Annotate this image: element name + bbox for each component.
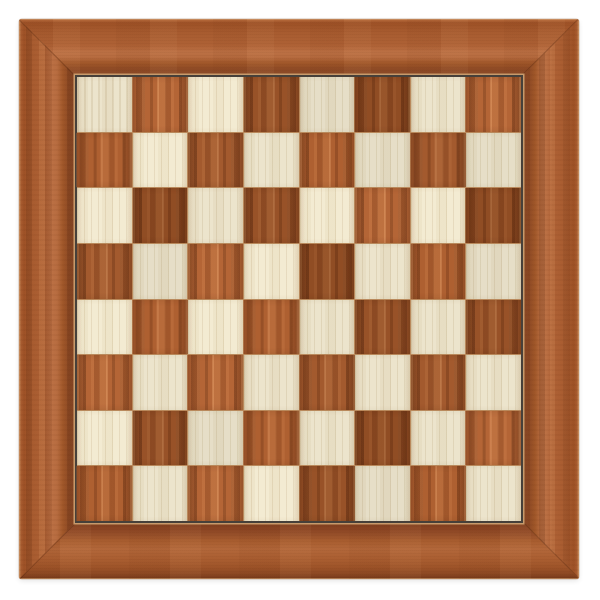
square-c6[interactable]: [188, 188, 243, 243]
square-b6[interactable]: [133, 188, 188, 243]
square-a3[interactable]: [77, 355, 132, 410]
square-h2[interactable]: [466, 411, 521, 466]
square-b1[interactable]: [133, 466, 188, 521]
square-e8[interactable]: [300, 77, 355, 132]
square-a2[interactable]: [77, 411, 132, 466]
playing-area: [75, 75, 523, 523]
square-g2[interactable]: [411, 411, 466, 466]
chess-board: [19, 19, 579, 579]
square-f5[interactable]: [355, 244, 410, 299]
square-g7[interactable]: [411, 133, 466, 188]
square-e7[interactable]: [300, 133, 355, 188]
square-f3[interactable]: [355, 355, 410, 410]
square-g1[interactable]: [411, 466, 466, 521]
square-g8[interactable]: [411, 77, 466, 132]
square-c7[interactable]: [188, 133, 243, 188]
square-b7[interactable]: [133, 133, 188, 188]
square-b2[interactable]: [133, 411, 188, 466]
square-d8[interactable]: [244, 77, 299, 132]
square-e5[interactable]: [300, 244, 355, 299]
square-a6[interactable]: [77, 188, 132, 243]
square-f6[interactable]: [355, 188, 410, 243]
square-b3[interactable]: [133, 355, 188, 410]
square-h8[interactable]: [466, 77, 521, 132]
square-e4[interactable]: [300, 300, 355, 355]
square-d4[interactable]: [244, 300, 299, 355]
square-e6[interactable]: [300, 188, 355, 243]
square-b5[interactable]: [133, 244, 188, 299]
square-f1[interactable]: [355, 466, 410, 521]
square-a7[interactable]: [77, 133, 132, 188]
squares-grid: [77, 77, 521, 521]
square-f4[interactable]: [355, 300, 410, 355]
square-d3[interactable]: [244, 355, 299, 410]
square-f8[interactable]: [355, 77, 410, 132]
square-d2[interactable]: [244, 411, 299, 466]
square-b8[interactable]: [133, 77, 188, 132]
square-c1[interactable]: [188, 466, 243, 521]
square-g5[interactable]: [411, 244, 466, 299]
square-d6[interactable]: [244, 188, 299, 243]
square-f2[interactable]: [355, 411, 410, 466]
square-d7[interactable]: [244, 133, 299, 188]
chessboard-photo: [0, 0, 600, 600]
square-d5[interactable]: [244, 244, 299, 299]
square-a8[interactable]: [77, 77, 132, 132]
square-c4[interactable]: [188, 300, 243, 355]
square-g3[interactable]: [411, 355, 466, 410]
square-h4[interactable]: [466, 300, 521, 355]
square-a4[interactable]: [77, 300, 132, 355]
square-h1[interactable]: [466, 466, 521, 521]
square-a5[interactable]: [77, 244, 132, 299]
square-e3[interactable]: [300, 355, 355, 410]
square-c8[interactable]: [188, 77, 243, 132]
square-h7[interactable]: [466, 133, 521, 188]
square-g6[interactable]: [411, 188, 466, 243]
square-b4[interactable]: [133, 300, 188, 355]
square-e1[interactable]: [300, 466, 355, 521]
square-d1[interactable]: [244, 466, 299, 521]
square-c5[interactable]: [188, 244, 243, 299]
square-h3[interactable]: [466, 355, 521, 410]
square-h5[interactable]: [466, 244, 521, 299]
square-f7[interactable]: [355, 133, 410, 188]
square-c3[interactable]: [188, 355, 243, 410]
square-g4[interactable]: [411, 300, 466, 355]
square-a1[interactable]: [77, 466, 132, 521]
square-h6[interactable]: [466, 188, 521, 243]
square-c2[interactable]: [188, 411, 243, 466]
square-e2[interactable]: [300, 411, 355, 466]
